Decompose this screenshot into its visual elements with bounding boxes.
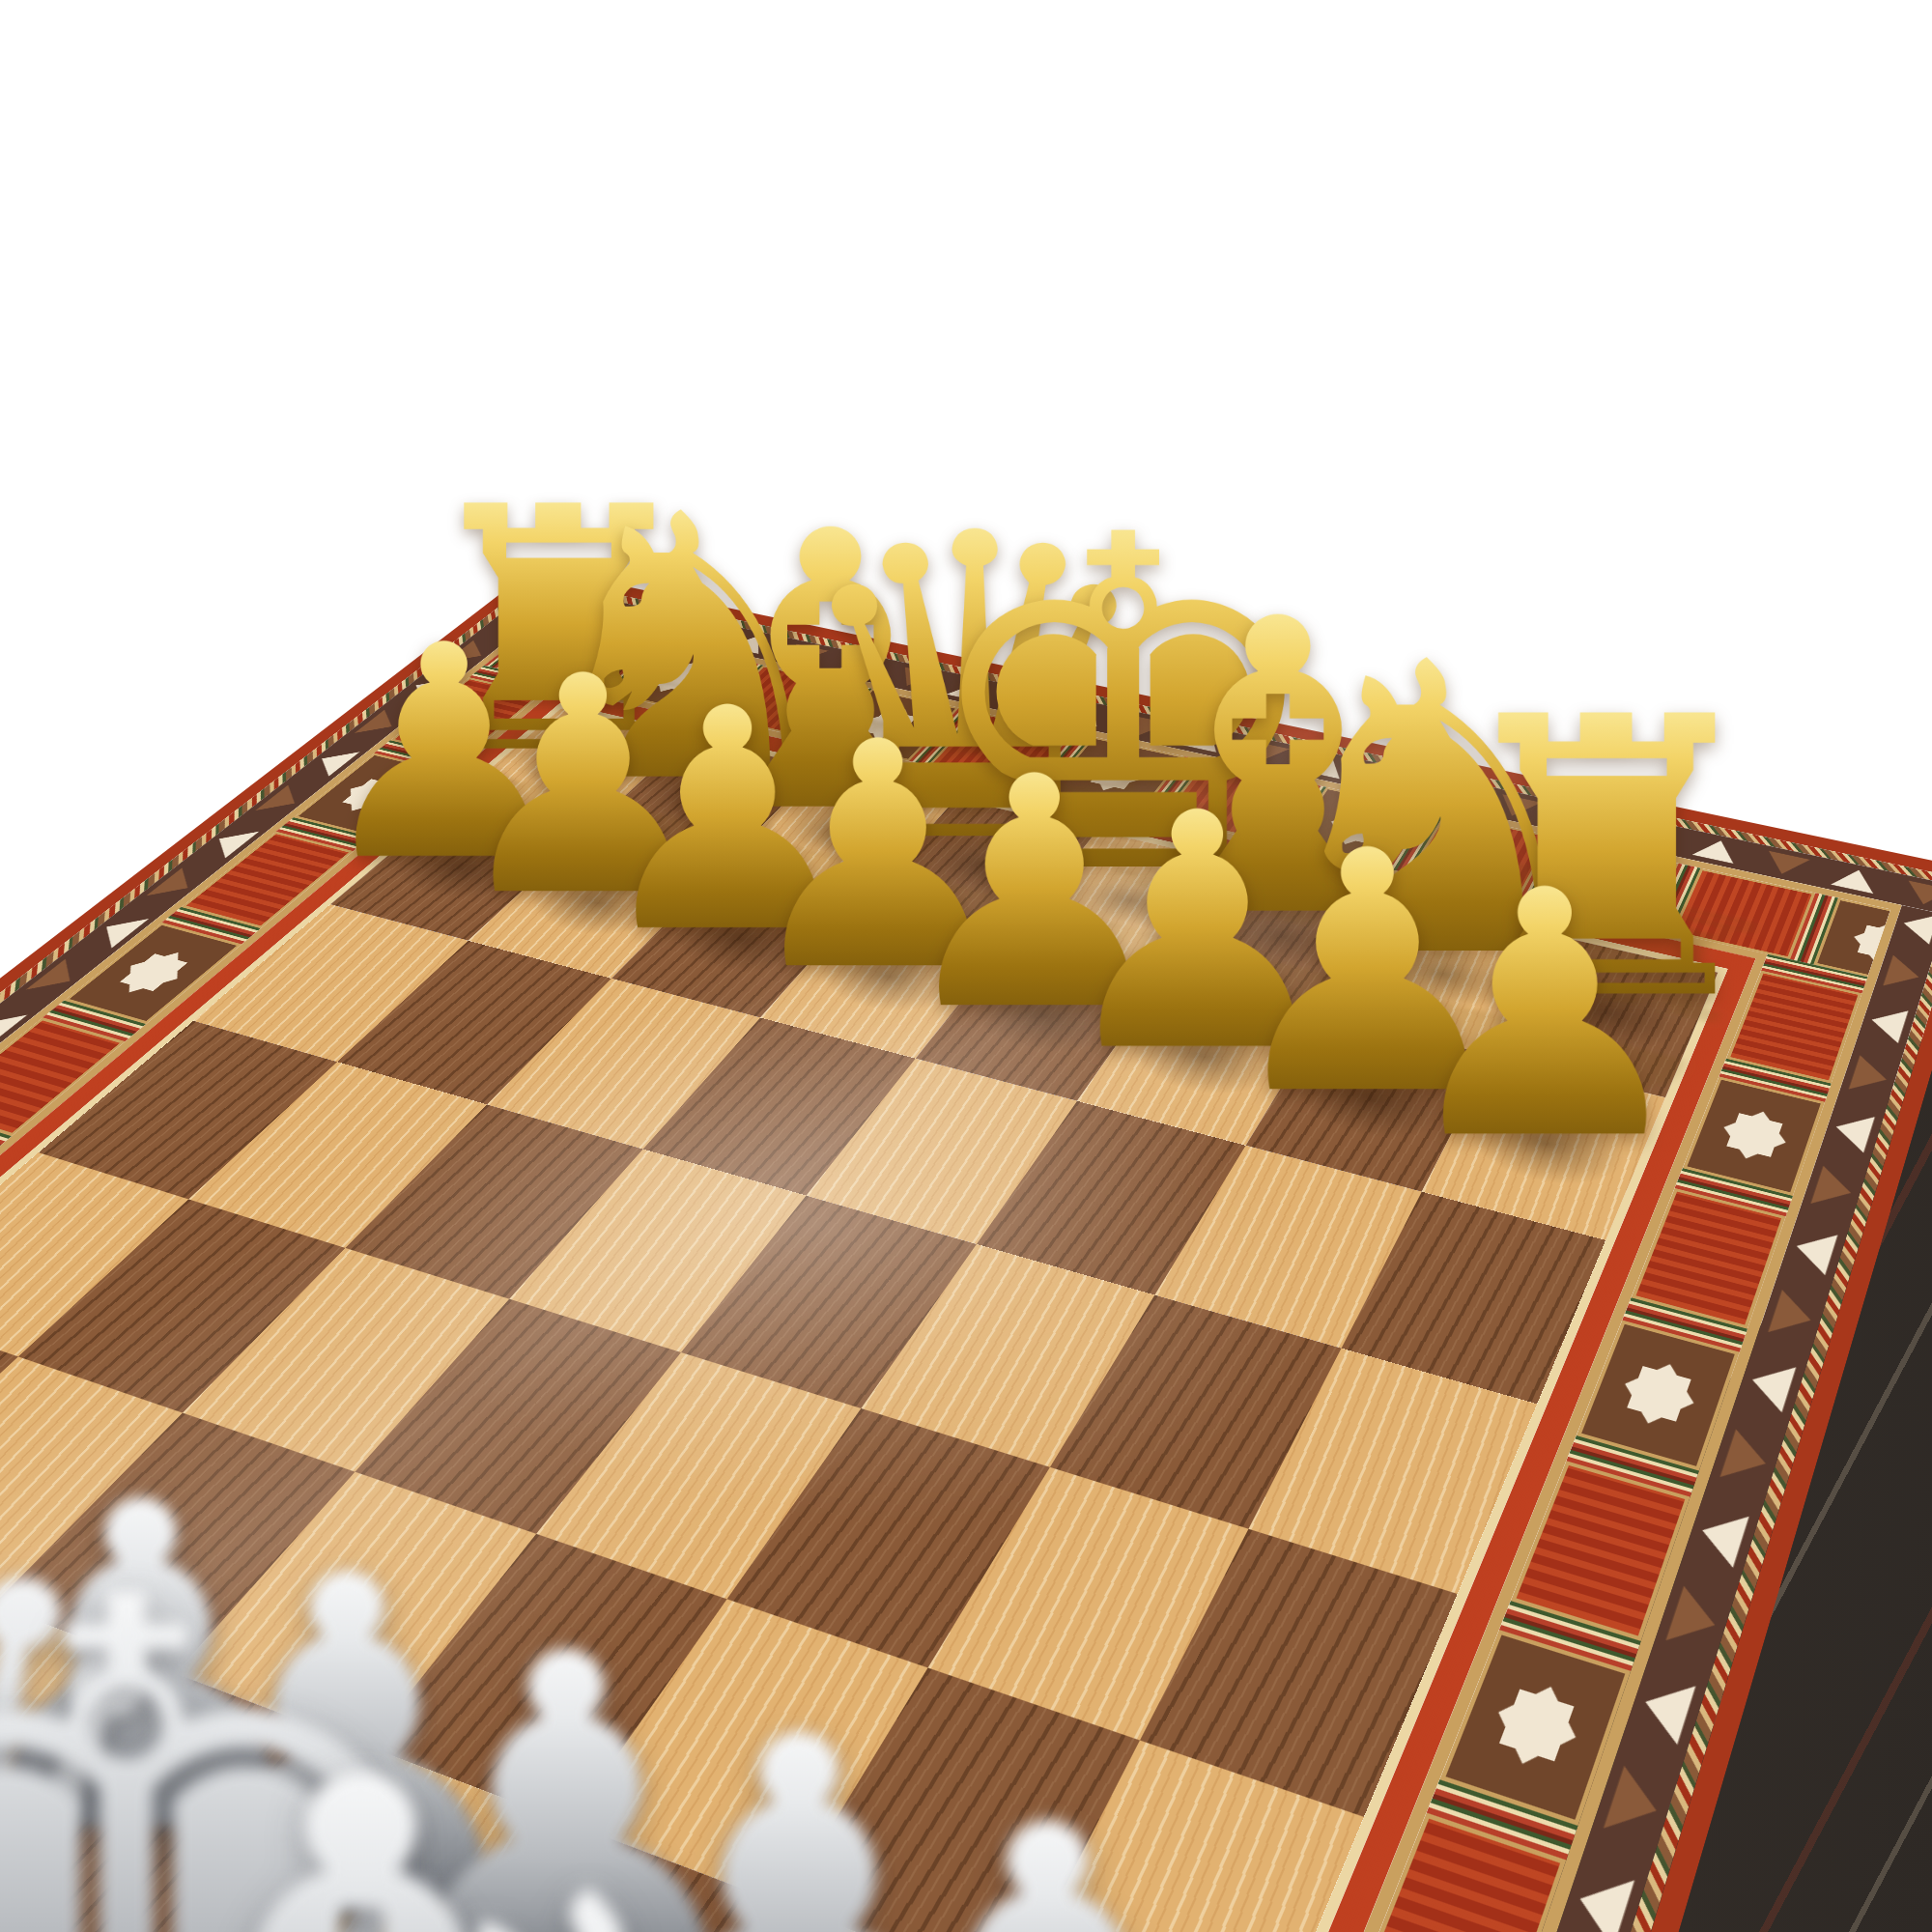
star-core — [146, 965, 163, 979]
scene: ♜♜♞♞♝♝♛♛♚♚♝♝♞♞♜♜♟♟♟♟♟♟♟♟♟♟♟♟♟♟♟♟♟♟♟♟♟♟♟♟… — [0, 0, 1932, 1932]
product-photo-stage: ♜♜♞♞♝♝♛♛♚♚♝♝♞♞♜♜♟♟♟♟♟♟♟♟♟♟♟♟♟♟♟♟♟♟♟♟♟♟♟♟… — [0, 0, 1932, 1932]
star-core — [365, 788, 381, 800]
star-core — [1108, 769, 1124, 781]
star-core — [882, 719, 897, 729]
star-core — [1348, 821, 1365, 833]
star-core — [1745, 1126, 1766, 1143]
star-core — [669, 672, 684, 682]
chessboard: ♜♜♞♞♝♝♛♛♚♚♝♝♞♞♜♜♟♟♟♟♟♟♟♟♟♟♟♟♟♟♟♟♟♟♟♟♟♟♟♟… — [0, 567, 1932, 1932]
star-core — [1602, 877, 1620, 890]
